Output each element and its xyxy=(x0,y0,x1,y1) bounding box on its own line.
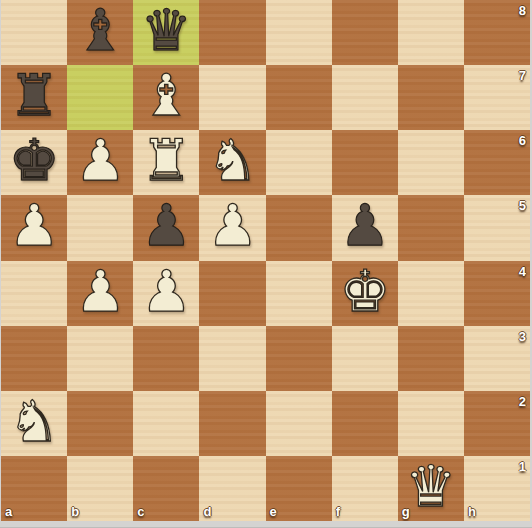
square-a4[interactable] xyxy=(1,261,67,326)
square-d3[interactable] xyxy=(199,326,265,391)
square-f4[interactable]: ♚ xyxy=(332,261,398,326)
square-c3[interactable] xyxy=(133,326,199,391)
square-a3[interactable] xyxy=(1,326,67,391)
rank-label-3: 3 xyxy=(519,329,526,344)
square-f7[interactable] xyxy=(332,65,398,130)
file-label-f: f xyxy=(336,504,340,519)
square-c8[interactable]: ♛ xyxy=(133,0,199,65)
square-a6[interactable]: ♚ xyxy=(1,130,67,195)
square-a7[interactable]: ♜ xyxy=(1,65,67,130)
piece-white-knight[interactable]: ♞ xyxy=(207,132,258,189)
piece-black-pawn[interactable]: ♟ xyxy=(141,197,192,254)
square-f6[interactable] xyxy=(332,130,398,195)
square-e7[interactable] xyxy=(266,65,332,130)
square-e5[interactable] xyxy=(266,195,332,260)
rank-label-7: 7 xyxy=(519,68,526,83)
square-b8[interactable]: ♝ xyxy=(67,0,133,65)
piece-white-pawn[interactable]: ♟ xyxy=(9,197,60,254)
square-e8[interactable] xyxy=(266,0,332,65)
rank-label-4: 4 xyxy=(519,264,526,279)
square-d4[interactable] xyxy=(199,261,265,326)
page-background: ♝♛8♜♝7♚♟♜♞6♟♟♟♟5♟♟♚43♞2abcdef♛g1h xyxy=(0,0,532,528)
square-f2[interactable] xyxy=(332,391,398,456)
piece-white-pawn[interactable]: ♟ xyxy=(141,263,192,320)
square-a8[interactable] xyxy=(1,0,67,65)
piece-black-pawn[interactable]: ♟ xyxy=(339,197,390,254)
square-e2[interactable] xyxy=(266,391,332,456)
square-g3[interactable] xyxy=(398,326,464,391)
square-h7[interactable]: 7 xyxy=(464,65,530,130)
square-h5[interactable]: 5 xyxy=(464,195,530,260)
square-g7[interactable] xyxy=(398,65,464,130)
square-g6[interactable] xyxy=(398,130,464,195)
square-c1[interactable]: c xyxy=(133,456,199,521)
square-g5[interactable] xyxy=(398,195,464,260)
piece-white-rook[interactable]: ♜ xyxy=(141,132,192,189)
square-b2[interactable] xyxy=(67,391,133,456)
file-label-h: h xyxy=(468,504,476,519)
square-d2[interactable] xyxy=(199,391,265,456)
square-b6[interactable]: ♟ xyxy=(67,130,133,195)
square-d1[interactable]: d xyxy=(199,456,265,521)
square-b5[interactable] xyxy=(67,195,133,260)
chess-board: ♝♛8♜♝7♚♟♜♞6♟♟♟♟5♟♟♚43♞2abcdef♛g1h xyxy=(1,0,530,521)
square-g4[interactable] xyxy=(398,261,464,326)
rank-label-5: 5 xyxy=(519,198,526,213)
square-g2[interactable] xyxy=(398,391,464,456)
square-h4[interactable]: 4 xyxy=(464,261,530,326)
square-c2[interactable] xyxy=(133,391,199,456)
square-h2[interactable]: 2 xyxy=(464,391,530,456)
piece-white-queen[interactable]: ♛ xyxy=(405,458,456,515)
square-c4[interactable]: ♟ xyxy=(133,261,199,326)
square-d6[interactable]: ♞ xyxy=(199,130,265,195)
square-c6[interactable]: ♜ xyxy=(133,130,199,195)
piece-black-rook[interactable]: ♜ xyxy=(9,67,60,124)
square-b7[interactable] xyxy=(67,65,133,130)
piece-black-bishop[interactable]: ♝ xyxy=(75,2,126,59)
square-a2[interactable]: ♞ xyxy=(1,391,67,456)
piece-black-king[interactable]: ♚ xyxy=(9,132,60,189)
square-f3[interactable] xyxy=(332,326,398,391)
piece-white-pawn[interactable]: ♟ xyxy=(207,197,258,254)
rank-label-6: 6 xyxy=(519,133,526,148)
square-b1[interactable]: b xyxy=(67,456,133,521)
square-b3[interactable] xyxy=(67,326,133,391)
square-e6[interactable] xyxy=(266,130,332,195)
piece-white-pawn[interactable]: ♟ xyxy=(75,132,126,189)
square-a5[interactable]: ♟ xyxy=(1,195,67,260)
square-f1[interactable]: f xyxy=(332,456,398,521)
square-f8[interactable] xyxy=(332,0,398,65)
square-h1[interactable]: 1h xyxy=(464,456,530,521)
file-label-b: b xyxy=(71,504,79,519)
square-d7[interactable] xyxy=(199,65,265,130)
rank-label-2: 2 xyxy=(519,394,526,409)
square-g8[interactable] xyxy=(398,0,464,65)
square-e1[interactable]: e xyxy=(266,456,332,521)
file-label-e: e xyxy=(270,504,277,519)
square-c5[interactable]: ♟ xyxy=(133,195,199,260)
square-a1[interactable]: a xyxy=(1,456,67,521)
square-h3[interactable]: 3 xyxy=(464,326,530,391)
file-label-c: c xyxy=(137,504,144,519)
square-g1[interactable]: ♛g xyxy=(398,456,464,521)
square-e3[interactable] xyxy=(266,326,332,391)
square-h6[interactable]: 6 xyxy=(464,130,530,195)
rank-label-1: 1 xyxy=(519,459,526,474)
square-d5[interactable]: ♟ xyxy=(199,195,265,260)
file-label-a: a xyxy=(5,504,12,519)
rank-label-8: 8 xyxy=(519,3,526,18)
file-label-d: d xyxy=(203,504,211,519)
square-c7[interactable]: ♝ xyxy=(133,65,199,130)
square-h8[interactable]: 8 xyxy=(464,0,530,65)
piece-white-bishop[interactable]: ♝ xyxy=(141,67,192,124)
square-d8[interactable] xyxy=(199,0,265,65)
square-f5[interactable]: ♟ xyxy=(332,195,398,260)
piece-black-queen[interactable]: ♛ xyxy=(141,2,192,59)
square-e4[interactable] xyxy=(266,261,332,326)
piece-white-pawn[interactable]: ♟ xyxy=(75,263,126,320)
square-b4[interactable]: ♟ xyxy=(67,261,133,326)
piece-white-knight[interactable]: ♞ xyxy=(9,393,60,450)
piece-white-king[interactable]: ♚ xyxy=(339,263,390,320)
